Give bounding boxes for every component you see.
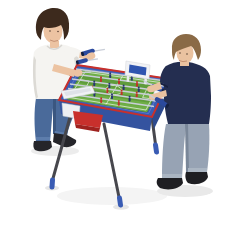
foosman-blue [129,98,131,102]
leg-foot-cap [52,180,53,187]
right-boy-tshirt [164,62,211,124]
right-boy-jeans-left-leg [162,124,186,178]
scene-illustration [0,0,230,230]
left-boy-jeans-crease [53,98,56,134]
foosman-red [106,90,108,94]
right-boy-jeans-cuff [162,174,182,178]
left-boy-eye [49,30,51,32]
foosman-red [100,78,102,82]
scoreboard-post [127,75,130,82]
leg-foot-cap [120,198,121,205]
table-shadow [57,187,167,205]
foosman-blue [109,72,111,74]
foosman-red [136,92,138,94]
left-boy-jeans-cuff [36,137,50,140]
left-boy-jeans-left-leg [35,98,55,142]
foosman-red [121,90,123,92]
foosman-red [100,99,102,103]
right-boy-eye [179,52,181,54]
foosman-blue [108,83,110,85]
foosman-red [100,76,102,78]
left-boy-eye [57,31,59,33]
foosman-red [136,83,138,87]
right-boy-jeans-right-leg [186,124,209,172]
foosman-blue [93,81,95,83]
foosman-red [118,79,120,81]
product-photo-foosball [0,0,230,230]
foosman-red [121,92,123,96]
foosman-blue [109,74,111,78]
foosman-blue [111,93,113,95]
foosman-blue [123,85,125,87]
foosman-blue [131,77,133,81]
foosman-red [136,81,138,83]
foosman-red [100,97,102,99]
foosman-red [118,100,120,102]
foosman-blue [129,96,131,98]
foosman-red [118,102,120,106]
leg-foot-cap [156,145,157,152]
foosman-blue [108,85,110,89]
foosman-blue [111,95,113,99]
foosman-red [106,88,108,90]
right-boy-hand [147,86,155,92]
rod-shaft [94,48,105,52]
right-boy-eye [186,53,188,55]
foosman-blue [93,83,95,87]
foosman-red [136,94,138,98]
foosman-blue [123,87,125,91]
right-boy-jeans-cuff [188,168,207,172]
foosman-blue [138,87,140,89]
right-boy-shoe [185,172,208,184]
foosman-red [118,81,120,85]
foosman-blue [138,89,140,93]
